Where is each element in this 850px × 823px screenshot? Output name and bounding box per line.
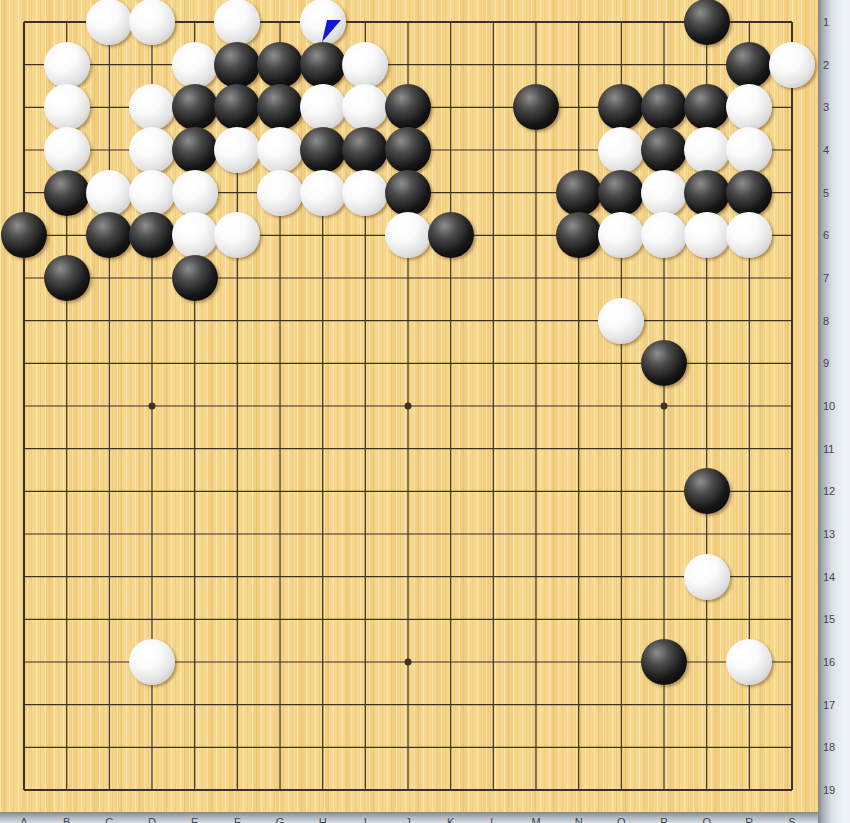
- column-label: E: [191, 817, 198, 823]
- black-stone: [428, 212, 474, 258]
- row-label: 2: [823, 59, 829, 70]
- row-label: 13: [823, 529, 835, 540]
- column-coordinates: ABCDEFGHIJKLMNOPQRS: [0, 812, 818, 823]
- white-stone: [598, 298, 644, 344]
- star-point: [405, 403, 412, 410]
- black-stone: [172, 255, 218, 301]
- goban[interactable]: [0, 0, 818, 812]
- white-stone: [598, 127, 644, 173]
- white-stone: [726, 639, 772, 685]
- black-stone: [641, 340, 687, 386]
- white-stone: [86, 170, 132, 216]
- star-point: [149, 403, 156, 410]
- row-label: 16: [823, 657, 835, 668]
- black-stone: [598, 170, 644, 216]
- black-stone: [684, 170, 730, 216]
- black-stone: [556, 212, 602, 258]
- white-stone: [172, 170, 218, 216]
- white-stone: [300, 84, 346, 130]
- row-label: 1: [823, 17, 829, 28]
- black-stone: [300, 42, 346, 88]
- column-label: C: [105, 817, 113, 823]
- white-stone: [684, 554, 730, 600]
- row-label: 8: [823, 315, 829, 326]
- white-stone: [129, 639, 175, 685]
- column-label: F: [234, 817, 241, 823]
- row-label: 4: [823, 145, 829, 156]
- white-stone: [129, 0, 175, 45]
- white-stone: [684, 212, 730, 258]
- white-stone: [726, 127, 772, 173]
- row-label: 11: [823, 443, 834, 454]
- column-label: P: [660, 817, 667, 823]
- column-label: S: [788, 817, 795, 823]
- row-coordinates: 12345678910111213141516171819: [818, 0, 850, 823]
- row-label: 7: [823, 273, 829, 284]
- black-stone: [385, 84, 431, 130]
- column-label: O: [617, 817, 626, 823]
- black-stone: [726, 42, 772, 88]
- black-stone: [129, 212, 175, 258]
- white-stone: [172, 42, 218, 88]
- white-stone: [129, 84, 175, 130]
- white-stone: [214, 127, 260, 173]
- white-stone: [257, 170, 303, 216]
- black-stone: [641, 639, 687, 685]
- column-label: J: [405, 817, 411, 823]
- black-stone: [300, 127, 346, 173]
- black-stone: [556, 170, 602, 216]
- column-label: D: [148, 817, 156, 823]
- column-label: Q: [702, 817, 711, 823]
- row-label: 18: [823, 742, 835, 753]
- black-stone: [726, 170, 772, 216]
- black-stone: [257, 84, 303, 130]
- white-stone: [300, 0, 346, 45]
- black-stone: [641, 84, 687, 130]
- white-stone: [684, 127, 730, 173]
- column-label: B: [63, 817, 70, 823]
- white-stone: [342, 170, 388, 216]
- black-stone: [684, 468, 730, 514]
- column-label: A: [20, 817, 27, 823]
- white-stone: [300, 170, 346, 216]
- black-stone: [44, 255, 90, 301]
- white-stone: [44, 84, 90, 130]
- row-label: 3: [823, 102, 829, 113]
- black-stone: [684, 0, 730, 45]
- white-stone: [129, 170, 175, 216]
- black-stone: [385, 127, 431, 173]
- black-stone: [1, 212, 47, 258]
- column-label: G: [276, 817, 285, 823]
- column-label: H: [319, 817, 327, 823]
- white-stone: [641, 170, 687, 216]
- column-label: L: [490, 817, 496, 823]
- row-label: 6: [823, 230, 829, 241]
- white-stone: [129, 127, 175, 173]
- row-label: 17: [823, 699, 835, 710]
- white-stone: [172, 212, 218, 258]
- column-label: R: [745, 817, 753, 823]
- column-label: M: [531, 817, 540, 823]
- row-label: 15: [823, 614, 835, 625]
- black-stone: [214, 42, 260, 88]
- black-stone: [342, 127, 388, 173]
- black-stone: [172, 84, 218, 130]
- go-board-app: 12345678910111213141516171819 ABCDEFGHIJ…: [0, 0, 850, 823]
- black-stone: [172, 127, 218, 173]
- row-label: 10: [823, 401, 835, 412]
- black-stone: [684, 84, 730, 130]
- black-stone: [641, 127, 687, 173]
- white-stone: [385, 212, 431, 258]
- column-label: N: [575, 817, 583, 823]
- row-label: 12: [823, 486, 835, 497]
- row-label: 14: [823, 571, 835, 582]
- white-stone: [44, 127, 90, 173]
- column-label: I: [364, 817, 367, 823]
- white-stone: [44, 42, 90, 88]
- row-label: 19: [823, 785, 835, 796]
- black-stone: [257, 42, 303, 88]
- white-stone: [769, 42, 815, 88]
- star-point: [405, 659, 412, 666]
- white-stone: [257, 127, 303, 173]
- black-stone: [513, 84, 559, 130]
- black-stone: [44, 170, 90, 216]
- white-stone: [641, 212, 687, 258]
- row-label: 9: [823, 358, 829, 369]
- black-stone: [385, 170, 431, 216]
- star-point: [661, 403, 668, 410]
- white-stone: [342, 42, 388, 88]
- column-label: K: [447, 817, 454, 823]
- row-label: 5: [823, 187, 829, 198]
